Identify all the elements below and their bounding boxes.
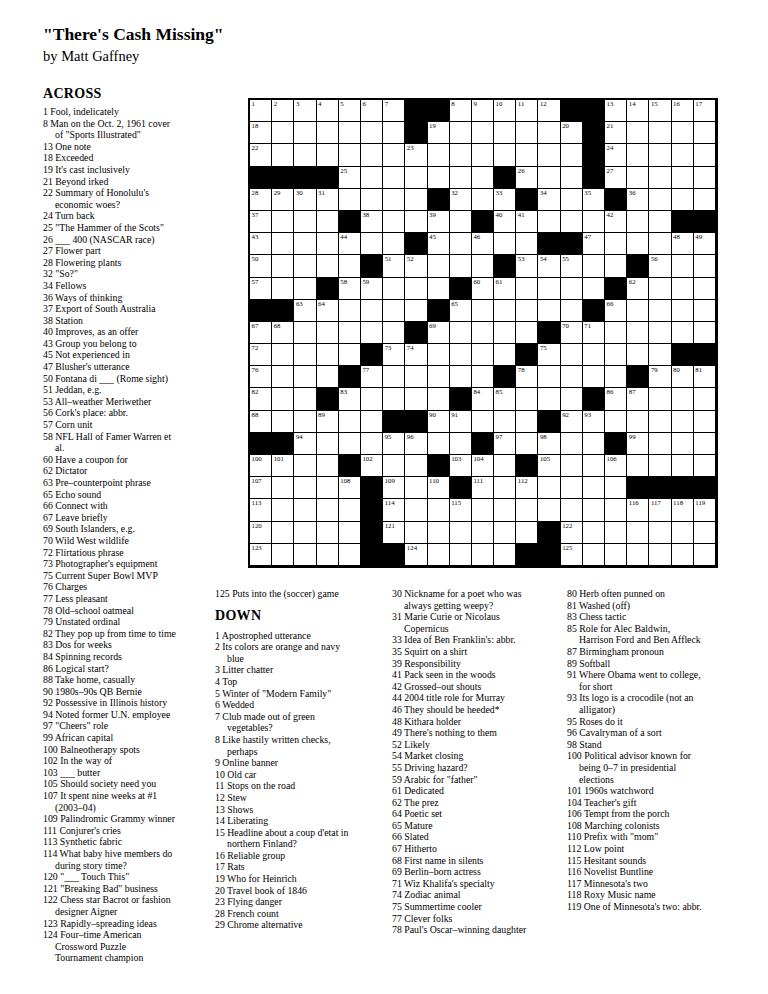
cell-r5c2[interactable]: 29 xyxy=(272,189,294,211)
cell-r16c16[interactable] xyxy=(583,433,605,455)
cell-r7c9[interactable]: 45 xyxy=(428,233,450,255)
cell-r5c15[interactable] xyxy=(561,189,583,211)
cell-r20c15[interactable]: 122 xyxy=(561,522,583,544)
cell-r2c18[interactable] xyxy=(627,122,649,144)
cell-r15c11[interactable] xyxy=(472,411,494,433)
cell-r11c11[interactable] xyxy=(472,322,494,344)
cell-r1c18[interactable]: 14 xyxy=(627,100,649,122)
cell-r10c3[interactable]: 63 xyxy=(294,300,316,322)
cell-r7c20[interactable]: 48 xyxy=(672,233,694,255)
cell-r3c2[interactable] xyxy=(272,144,294,166)
cell-r1c7[interactable]: 7 xyxy=(383,100,405,122)
cell-r2c6[interactable] xyxy=(361,122,383,144)
cell-r3c8[interactable]: 23 xyxy=(405,144,427,166)
cell-r2c5[interactable] xyxy=(339,122,361,144)
cell-r13c10[interactable] xyxy=(450,366,472,388)
cell-r20c17[interactable] xyxy=(605,522,627,544)
cell-r11c15[interactable]: 70 xyxy=(561,322,583,344)
cell-r7c4[interactable] xyxy=(317,233,339,255)
cell-r11c16[interactable]: 71 xyxy=(583,322,605,344)
cell-r9c12[interactable]: 61 xyxy=(494,278,516,300)
cell-r5c18[interactable]: 36 xyxy=(627,189,649,211)
cell-r15c20[interactable] xyxy=(672,411,694,433)
cell-r10c6[interactable] xyxy=(361,300,383,322)
cell-r12c1[interactable]: 72 xyxy=(250,344,272,366)
cell-r7c19[interactable] xyxy=(649,233,671,255)
cell-r20c4[interactable] xyxy=(317,522,339,544)
cell-r5c19[interactable] xyxy=(649,189,671,211)
cell-r11c17[interactable] xyxy=(605,322,627,344)
cell-r21c10[interactable] xyxy=(450,544,472,566)
cell-r17c6[interactable]: 102 xyxy=(361,455,383,477)
cell-r13c8[interactable] xyxy=(405,366,427,388)
cell-r2c13[interactable] xyxy=(516,122,538,144)
cell-r3c19[interactable] xyxy=(649,144,671,166)
cell-r11c20[interactable] xyxy=(672,322,694,344)
cell-r18c16[interactable] xyxy=(583,477,605,499)
cell-r18c13[interactable]: 112 xyxy=(516,477,538,499)
cell-r15c16[interactable]: 93 xyxy=(583,411,605,433)
cell-r10c19[interactable] xyxy=(649,300,671,322)
cell-r2c15[interactable]: 20 xyxy=(561,122,583,144)
cell-r11c5[interactable] xyxy=(339,322,361,344)
cell-r15c10[interactable]: 91 xyxy=(450,411,472,433)
cell-r16c9[interactable] xyxy=(428,433,450,455)
cell-r19c18[interactable]: 116 xyxy=(627,499,649,521)
cell-r5c1[interactable]: 28 xyxy=(250,189,272,211)
cell-r9c13[interactable] xyxy=(516,278,538,300)
cell-r18c7[interactable]: 109 xyxy=(383,477,405,499)
cell-r14c21[interactable] xyxy=(694,388,716,410)
cell-r8c15[interactable]: 55 xyxy=(561,255,583,277)
cell-r21c4[interactable] xyxy=(317,544,339,566)
cell-r18c15[interactable] xyxy=(561,477,583,499)
cell-r14c14[interactable] xyxy=(538,388,560,410)
cell-r6c13[interactable]: 41 xyxy=(516,211,538,233)
cell-r1c11[interactable]: 9 xyxy=(472,100,494,122)
cell-r16c6[interactable] xyxy=(361,433,383,455)
cell-r19c8[interactable] xyxy=(405,499,427,521)
cell-r5c8[interactable] xyxy=(405,189,427,211)
cell-r5c11[interactable] xyxy=(472,189,494,211)
cell-r2c11[interactable] xyxy=(472,122,494,144)
cell-r12c14[interactable]: 75 xyxy=(538,344,560,366)
cell-r10c4[interactable]: 64 xyxy=(317,300,339,322)
cell-r3c15[interactable] xyxy=(561,144,583,166)
cell-r21c8[interactable]: 124 xyxy=(405,544,427,566)
cell-r18c4[interactable] xyxy=(317,477,339,499)
cell-r10c21[interactable] xyxy=(694,300,716,322)
cell-r2c20[interactable] xyxy=(672,122,694,144)
cell-r3c3[interactable] xyxy=(294,144,316,166)
cell-r17c11[interactable]: 104 xyxy=(472,455,494,477)
cell-r8c20[interactable] xyxy=(672,255,694,277)
cell-r11c1[interactable]: 67 xyxy=(250,322,272,344)
cell-r3c5[interactable] xyxy=(339,144,361,166)
cell-r16c18[interactable]: 99 xyxy=(627,433,649,455)
cell-r7c13[interactable] xyxy=(516,233,538,255)
cell-r11c10[interactable] xyxy=(450,322,472,344)
cell-r10c14[interactable] xyxy=(538,300,560,322)
cell-r14c12[interactable]: 85 xyxy=(494,388,516,410)
cell-r13c2[interactable] xyxy=(272,366,294,388)
cell-r18c1[interactable]: 107 xyxy=(250,477,272,499)
cell-r21c19[interactable] xyxy=(649,544,671,566)
cell-r12c15[interactable] xyxy=(561,344,583,366)
cell-r12c7[interactable]: 73 xyxy=(383,344,405,366)
cell-r5c5[interactable] xyxy=(339,189,361,211)
cell-r13c4[interactable] xyxy=(317,366,339,388)
cell-r19c7[interactable]: 114 xyxy=(383,499,405,521)
cell-r8c5[interactable] xyxy=(339,255,361,277)
cell-r14c11[interactable]: 84 xyxy=(472,388,494,410)
cell-r1c14[interactable]: 12 xyxy=(538,100,560,122)
cell-r17c15[interactable] xyxy=(561,455,583,477)
cell-r19c9[interactable] xyxy=(428,499,450,521)
cell-r8c11[interactable] xyxy=(472,255,494,277)
cell-r6c6[interactable]: 38 xyxy=(361,211,383,233)
cell-r14c20[interactable] xyxy=(672,388,694,410)
cell-r19c2[interactable] xyxy=(272,499,294,521)
cell-r16c15[interactable] xyxy=(561,433,583,455)
cell-r6c19[interactable] xyxy=(649,211,671,233)
cell-r10c11[interactable] xyxy=(472,300,494,322)
cell-r13c20[interactable]: 80 xyxy=(672,366,694,388)
cell-r17c20[interactable] xyxy=(672,455,694,477)
cell-r18c12[interactable] xyxy=(494,477,516,499)
cell-r6c15[interactable] xyxy=(561,211,583,233)
cell-r17c18[interactable] xyxy=(627,455,649,477)
cell-r5c4[interactable]: 31 xyxy=(317,189,339,211)
cell-r6c3[interactable] xyxy=(294,211,316,233)
cell-r20c3[interactable] xyxy=(294,522,316,544)
cell-r8c3[interactable] xyxy=(294,255,316,277)
cell-r14c17[interactable]: 86 xyxy=(605,388,627,410)
cell-r20c13[interactable] xyxy=(516,522,538,544)
cell-r7c2[interactable] xyxy=(272,233,294,255)
cell-r13c16[interactable] xyxy=(583,366,605,388)
cell-r12c10[interactable] xyxy=(450,344,472,366)
cell-r17c7[interactable] xyxy=(383,455,405,477)
cell-r11c2[interactable]: 68 xyxy=(272,322,294,344)
cell-r7c10[interactable] xyxy=(450,233,472,255)
cell-r19c12[interactable] xyxy=(494,499,516,521)
cell-r4c15[interactable] xyxy=(561,167,583,189)
cell-r19c15[interactable] xyxy=(561,499,583,521)
cell-r19c11[interactable] xyxy=(472,499,494,521)
cell-r20c10[interactable] xyxy=(450,522,472,544)
cell-r3c18[interactable] xyxy=(627,144,649,166)
cell-r13c7[interactable] xyxy=(383,366,405,388)
cell-r11c12[interactable] xyxy=(494,322,516,344)
cell-r8c16[interactable] xyxy=(583,255,605,277)
cell-r21c11[interactable] xyxy=(472,544,494,566)
cell-r14c9[interactable] xyxy=(428,388,450,410)
cell-r20c5[interactable] xyxy=(339,522,361,544)
cell-r16c21[interactable] xyxy=(694,433,716,455)
cell-r13c14[interactable] xyxy=(538,366,560,388)
cell-r21c16[interactable] xyxy=(583,544,605,566)
cell-r21c20[interactable] xyxy=(672,544,694,566)
cell-r3c13[interactable] xyxy=(516,144,538,166)
cell-r10c13[interactable] xyxy=(516,300,538,322)
cell-r6c12[interactable]: 40 xyxy=(494,211,516,233)
cell-r19c3[interactable] xyxy=(294,499,316,521)
cell-r9c7[interactable] xyxy=(383,278,405,300)
cell-r15c19[interactable] xyxy=(649,411,671,433)
cell-r1c17[interactable]: 13 xyxy=(605,100,627,122)
cell-r7c12[interactable] xyxy=(494,233,516,255)
cell-r18c17[interactable] xyxy=(605,477,627,499)
cell-r13c11[interactable] xyxy=(472,366,494,388)
cell-r2c21[interactable] xyxy=(694,122,716,144)
cell-r2c2[interactable] xyxy=(272,122,294,144)
cell-r11c9[interactable]: 69 xyxy=(428,322,450,344)
cell-r4c20[interactable] xyxy=(672,167,694,189)
cell-r19c1[interactable]: 113 xyxy=(250,499,272,521)
cell-r19c13[interactable] xyxy=(516,499,538,521)
cell-r12c2[interactable] xyxy=(272,344,294,366)
cell-r15c1[interactable]: 88 xyxy=(250,411,272,433)
cell-r7c17[interactable] xyxy=(605,233,627,255)
cell-r17c21[interactable] xyxy=(694,455,716,477)
cell-r19c20[interactable]: 118 xyxy=(672,499,694,521)
cell-r10c15[interactable] xyxy=(561,300,583,322)
cell-r1c5[interactable]: 5 xyxy=(339,100,361,122)
cell-r17c10[interactable]: 103 xyxy=(450,455,472,477)
cell-r10c5[interactable] xyxy=(339,300,361,322)
cell-r6c8[interactable] xyxy=(405,211,427,233)
cell-r15c18[interactable] xyxy=(627,411,649,433)
cell-r15c4[interactable]: 89 xyxy=(317,411,339,433)
cell-r3c12[interactable] xyxy=(494,144,516,166)
cell-r5c16[interactable]: 35 xyxy=(583,189,605,211)
cell-r12c16[interactable] xyxy=(583,344,605,366)
cell-r9c9[interactable] xyxy=(428,278,450,300)
cell-r3c7[interactable] xyxy=(383,144,405,166)
cell-r15c13[interactable] xyxy=(516,411,538,433)
cell-r18c5[interactable]: 108 xyxy=(339,477,361,499)
cell-r16c20[interactable] xyxy=(672,433,694,455)
cell-r6c1[interactable]: 37 xyxy=(250,211,272,233)
cell-r3c11[interactable] xyxy=(472,144,494,166)
cell-r4c6[interactable] xyxy=(361,167,383,189)
cell-r17c17[interactable]: 106 xyxy=(605,455,627,477)
cell-r6c7[interactable] xyxy=(383,211,405,233)
crossword-grid[interactable]: 1234567891011121314151617181920212223242… xyxy=(248,98,718,568)
cell-r18c2[interactable] xyxy=(272,477,294,499)
cell-r19c14[interactable] xyxy=(538,499,560,521)
cell-r9c8[interactable] xyxy=(405,278,427,300)
cell-r8c10[interactable] xyxy=(450,255,472,277)
cell-r20c12[interactable] xyxy=(494,522,516,544)
cell-r4c19[interactable] xyxy=(649,167,671,189)
cell-r17c4[interactable] xyxy=(317,455,339,477)
cell-r17c2[interactable]: 101 xyxy=(272,455,294,477)
cell-r1c6[interactable]: 6 xyxy=(361,100,383,122)
cell-r13c13[interactable]: 78 xyxy=(516,366,538,388)
cell-r12c17[interactable] xyxy=(605,344,627,366)
cell-r8c14[interactable]: 54 xyxy=(538,255,560,277)
cell-r3c17[interactable]: 24 xyxy=(605,144,627,166)
cell-r1c13[interactable]: 11 xyxy=(516,100,538,122)
cell-r5c21[interactable] xyxy=(694,189,716,211)
cell-r5c10[interactable]: 32 xyxy=(450,189,472,211)
cell-r5c3[interactable]: 30 xyxy=(294,189,316,211)
cell-r12c3[interactable] xyxy=(294,344,316,366)
cell-r4c14[interactable] xyxy=(538,167,560,189)
cell-r10c17[interactable]: 66 xyxy=(605,300,627,322)
cell-r7c6[interactable] xyxy=(361,233,383,255)
cell-r8c8[interactable]: 52 xyxy=(405,255,427,277)
cell-r14c13[interactable] xyxy=(516,388,538,410)
cell-r21c18[interactable] xyxy=(627,544,649,566)
cell-r16c10[interactable] xyxy=(450,433,472,455)
cell-r18c11[interactable]: 111 xyxy=(472,477,494,499)
cell-r6c2[interactable] xyxy=(272,211,294,233)
cell-r9c11[interactable]: 60 xyxy=(472,278,494,300)
cell-r19c21[interactable]: 119 xyxy=(694,499,716,521)
cell-r11c7[interactable] xyxy=(383,322,405,344)
cell-r18c14[interactable] xyxy=(538,477,560,499)
cell-r15c9[interactable]: 90 xyxy=(428,411,450,433)
cell-r7c11[interactable]: 46 xyxy=(472,233,494,255)
cell-r1c3[interactable]: 3 xyxy=(294,100,316,122)
cell-r8c2[interactable] xyxy=(272,255,294,277)
cell-r17c19[interactable] xyxy=(649,455,671,477)
cell-r16c4[interactable] xyxy=(317,433,339,455)
cell-r12c11[interactable] xyxy=(472,344,494,366)
cell-r4c18[interactable] xyxy=(627,167,649,189)
cell-r8c13[interactable]: 53 xyxy=(516,255,538,277)
cell-r20c7[interactable]: 121 xyxy=(383,522,405,544)
cell-r1c21[interactable]: 17 xyxy=(694,100,716,122)
cell-r13c15[interactable] xyxy=(561,366,583,388)
cell-r16c13[interactable] xyxy=(516,433,538,455)
cell-r5c6[interactable] xyxy=(361,189,383,211)
cell-r19c17[interactable] xyxy=(605,499,627,521)
cell-r15c6[interactable] xyxy=(361,411,383,433)
cell-r1c4[interactable]: 4 xyxy=(317,100,339,122)
cell-r6c9[interactable]: 39 xyxy=(428,211,450,233)
cell-r12c5[interactable] xyxy=(339,344,361,366)
cell-r21c17[interactable] xyxy=(605,544,627,566)
cell-r4c17[interactable]: 27 xyxy=(605,167,627,189)
cell-r21c3[interactable] xyxy=(294,544,316,566)
cell-r15c17[interactable] xyxy=(605,411,627,433)
cell-r20c1[interactable]: 120 xyxy=(250,522,272,544)
cell-r20c20[interactable] xyxy=(672,522,694,544)
cell-r5c7[interactable] xyxy=(383,189,405,211)
cell-r21c5[interactable] xyxy=(339,544,361,566)
cell-r6c16[interactable] xyxy=(583,211,605,233)
cell-r12c8[interactable]: 74 xyxy=(405,344,427,366)
cell-r17c14[interactable]: 105 xyxy=(538,455,560,477)
cell-r9c20[interactable] xyxy=(672,278,694,300)
cell-r13c3[interactable] xyxy=(294,366,316,388)
cell-r10c7[interactable] xyxy=(383,300,405,322)
cell-r8c9[interactable] xyxy=(428,255,450,277)
cell-r8c19[interactable]: 56 xyxy=(649,255,671,277)
cell-r9c16[interactable] xyxy=(583,278,605,300)
cell-r9c18[interactable]: 62 xyxy=(627,278,649,300)
cell-r11c21[interactable] xyxy=(694,322,716,344)
cell-r4c7[interactable] xyxy=(383,167,405,189)
cell-r14c6[interactable] xyxy=(361,388,383,410)
cell-r12c18[interactable] xyxy=(627,344,649,366)
cell-r17c3[interactable] xyxy=(294,455,316,477)
cell-r14c15[interactable] xyxy=(561,388,583,410)
cell-r7c16[interactable]: 47 xyxy=(583,233,605,255)
cell-r10c20[interactable] xyxy=(672,300,694,322)
cell-r9c2[interactable] xyxy=(272,278,294,300)
cell-r10c10[interactable]: 65 xyxy=(450,300,472,322)
cell-r14c2[interactable] xyxy=(272,388,294,410)
cell-r4c5[interactable]: 25 xyxy=(339,167,361,189)
cell-r2c19[interactable] xyxy=(649,122,671,144)
cell-r14c18[interactable]: 87 xyxy=(627,388,649,410)
cell-r3c10[interactable] xyxy=(450,144,472,166)
cell-r16c5[interactable] xyxy=(339,433,361,455)
cell-r13c17[interactable] xyxy=(605,366,627,388)
cell-r21c9[interactable] xyxy=(428,544,450,566)
cell-r7c5[interactable]: 44 xyxy=(339,233,361,255)
cell-r7c18[interactable] xyxy=(627,233,649,255)
cell-r9c14[interactable] xyxy=(538,278,560,300)
cell-r11c13[interactable] xyxy=(516,322,538,344)
cell-r5c12[interactable]: 33 xyxy=(494,189,516,211)
cell-r14c3[interactable] xyxy=(294,388,316,410)
cell-r6c18[interactable] xyxy=(627,211,649,233)
cell-r8c7[interactable]: 51 xyxy=(383,255,405,277)
cell-r6c10[interactable] xyxy=(450,211,472,233)
cell-r13c6[interactable]: 77 xyxy=(361,366,383,388)
cell-r15c21[interactable] xyxy=(694,411,716,433)
cell-r2c12[interactable] xyxy=(494,122,516,144)
cell-r19c10[interactable]: 115 xyxy=(450,499,472,521)
cell-r20c9[interactable] xyxy=(428,522,450,544)
cell-r8c17[interactable] xyxy=(605,255,627,277)
cell-r16c7[interactable]: 95 xyxy=(383,433,405,455)
cell-r16c14[interactable]: 98 xyxy=(538,433,560,455)
cell-r8c1[interactable]: 50 xyxy=(250,255,272,277)
cell-r17c12[interactable] xyxy=(494,455,516,477)
cell-r2c4[interactable] xyxy=(317,122,339,144)
cell-r2c10[interactable] xyxy=(450,122,472,144)
cell-r14c8[interactable] xyxy=(405,388,427,410)
cell-r8c4[interactable] xyxy=(317,255,339,277)
cell-r9c15[interactable] xyxy=(561,278,583,300)
cell-r2c7[interactable] xyxy=(383,122,405,144)
cell-r7c3[interactable] xyxy=(294,233,316,255)
cell-r2c9[interactable]: 19 xyxy=(428,122,450,144)
cell-r11c3[interactable] xyxy=(294,322,316,344)
cell-r13c19[interactable]: 79 xyxy=(649,366,671,388)
cell-r20c18[interactable] xyxy=(627,522,649,544)
cell-r9c1[interactable]: 57 xyxy=(250,278,272,300)
cell-r11c18[interactable] xyxy=(627,322,649,344)
cell-r7c1[interactable]: 43 xyxy=(250,233,272,255)
cell-r4c13[interactable]: 26 xyxy=(516,167,538,189)
cell-r16c19[interactable] xyxy=(649,433,671,455)
cell-r19c19[interactable]: 117 xyxy=(649,499,671,521)
cell-r21c15[interactable]: 125 xyxy=(561,544,583,566)
cell-r2c3[interactable] xyxy=(294,122,316,144)
cell-r9c21[interactable] xyxy=(694,278,716,300)
cell-r18c8[interactable] xyxy=(405,477,427,499)
cell-r6c17[interactable]: 42 xyxy=(605,211,627,233)
cell-r11c19[interactable] xyxy=(649,322,671,344)
